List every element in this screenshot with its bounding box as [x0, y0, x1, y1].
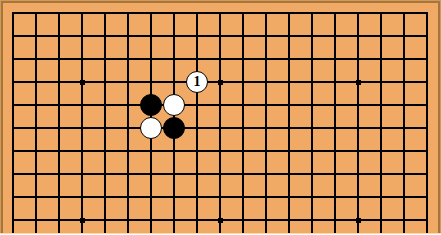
black-stone: [163, 117, 185, 139]
black-stone: [140, 94, 162, 116]
white-stone: 1: [186, 71, 208, 93]
stones-grid: 1: [2, 2, 439, 232]
move-number-label: 1: [194, 75, 201, 90]
go-diagram: 1: [0, 0, 441, 234]
cut-edge-highlight: [0, 233, 441, 235]
white-stone: [163, 94, 185, 116]
white-stone: [140, 117, 162, 139]
